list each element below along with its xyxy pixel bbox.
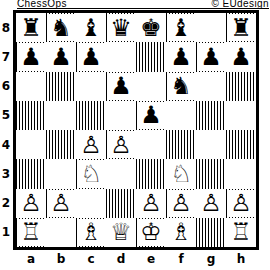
square-b5 <box>46 101 76 130</box>
square-h3 <box>226 159 256 188</box>
square-g1 <box>196 218 226 247</box>
square-f4 <box>166 130 196 159</box>
file-label-c: c <box>76 251 106 266</box>
square-b6 <box>46 72 76 101</box>
square-d4: ♙ <box>106 130 136 159</box>
square-a5 <box>16 101 46 130</box>
square-f7: ♟ <box>166 42 196 71</box>
square-d8: ♛ <box>106 13 136 42</box>
black-bishop-c8: ♝ <box>76 13 106 42</box>
white-pawn-a2: ♙ <box>16 189 46 218</box>
white-knight-c3: ♘ <box>76 159 106 188</box>
file-label-h: h <box>226 251 256 266</box>
square-b8: ♞ <box>46 13 76 42</box>
square-e4 <box>136 130 166 159</box>
white-knight-f3: ♘ <box>166 159 196 188</box>
square-g2: ♙ <box>196 189 226 218</box>
square-c1: ♗ <box>76 218 106 247</box>
board-frame: ♜♞♝♛♚♝♜♟♟♟♟♟♟♟♞♟♙♙♘♘♙♙♙♙♙♙♖♗♕♔♗♖ <box>13 10 259 250</box>
square-f6: ♞ <box>166 72 196 101</box>
square-g3 <box>196 159 226 188</box>
file-label-e: e <box>136 251 166 266</box>
file-label-b: b <box>46 251 76 266</box>
white-pawn-e2: ♙ <box>136 189 166 218</box>
black-pawn-b7: ♟ <box>46 42 76 71</box>
white-bishop-f1: ♗ <box>166 218 196 247</box>
white-pawn-d4: ♙ <box>106 130 136 159</box>
square-h8: ♜ <box>226 13 256 42</box>
square-e1: ♔ <box>136 218 166 247</box>
square-a2: ♙ <box>16 189 46 218</box>
rank-label-7: 7 <box>0 42 12 71</box>
square-h5 <box>226 101 256 130</box>
square-c5 <box>76 101 106 130</box>
file-label-d: d <box>106 251 136 266</box>
rank-label-4: 4 <box>0 130 12 159</box>
square-d6: ♟ <box>106 72 136 101</box>
black-pawn-a7: ♟ <box>16 42 46 71</box>
square-c7: ♟ <box>76 42 106 71</box>
white-pawn-f2: ♙ <box>166 189 196 218</box>
square-e7 <box>136 42 166 71</box>
rank-label-8: 8 <box>0 13 12 42</box>
square-e3 <box>136 159 166 188</box>
square-c3: ♘ <box>76 159 106 188</box>
square-g4 <box>196 130 226 159</box>
white-pawn-h2: ♙ <box>226 189 256 218</box>
file-label-g: g <box>196 251 226 266</box>
square-g7: ♟ <box>196 42 226 71</box>
black-pawn-d6: ♟ <box>106 72 136 101</box>
square-b1 <box>46 218 76 247</box>
white-bishop-c1: ♗ <box>76 218 106 247</box>
black-rook-h8: ♜ <box>226 13 256 42</box>
rank-label-5: 5 <box>0 101 12 130</box>
file-label-a: a <box>16 251 46 266</box>
white-pawn-c4: ♙ <box>76 130 106 159</box>
square-f5 <box>166 101 196 130</box>
rank-label-3: 3 <box>0 159 12 188</box>
square-d7 <box>106 42 136 71</box>
black-pawn-f7: ♟ <box>166 42 196 71</box>
square-g5 <box>196 101 226 130</box>
square-h1: ♖ <box>226 218 256 247</box>
black-pawn-e5: ♟ <box>136 101 166 130</box>
square-f2: ♙ <box>166 189 196 218</box>
board: ♜♞♝♛♚♝♜♟♟♟♟♟♟♟♞♟♙♙♘♘♙♙♙♙♙♙♖♗♕♔♗♖ <box>16 13 256 247</box>
file-labels: abcdefgh <box>16 251 256 266</box>
square-c4: ♙ <box>76 130 106 159</box>
square-d2 <box>106 189 136 218</box>
square-f1: ♗ <box>166 218 196 247</box>
square-a4 <box>16 130 46 159</box>
white-pawn-b2: ♙ <box>46 189 76 218</box>
black-pawn-h7: ♟ <box>226 42 256 71</box>
square-b3 <box>46 159 76 188</box>
square-h4 <box>226 130 256 159</box>
square-h6 <box>226 72 256 101</box>
square-b4 <box>46 130 76 159</box>
file-label-f: f <box>166 251 196 266</box>
square-a7: ♟ <box>16 42 46 71</box>
square-e6 <box>136 72 166 101</box>
white-pawn-g2: ♙ <box>196 189 226 218</box>
rank-label-2: 2 <box>0 189 12 218</box>
white-queen-d1: ♕ <box>106 218 136 247</box>
rank-label-6: 6 <box>0 72 12 101</box>
square-a3 <box>16 159 46 188</box>
square-e5: ♟ <box>136 101 166 130</box>
square-e8: ♚ <box>136 13 166 42</box>
white-king-e1: ♔ <box>136 218 166 247</box>
black-pawn-c7: ♟ <box>76 42 106 71</box>
square-g6 <box>196 72 226 101</box>
square-h2: ♙ <box>226 189 256 218</box>
chessops-diagram: ChessOps © EUdesign 87654321 ♜♞♝♛♚♝♜♟♟♟♟… <box>0 0 270 270</box>
square-c2 <box>76 189 106 218</box>
square-c6 <box>76 72 106 101</box>
black-pawn-g7: ♟ <box>196 42 226 71</box>
square-a8: ♜ <box>16 13 46 42</box>
square-d1: ♕ <box>106 218 136 247</box>
square-a1: ♖ <box>16 218 46 247</box>
black-bishop-f8: ♝ <box>166 13 196 42</box>
square-e2: ♙ <box>136 189 166 218</box>
square-f8: ♝ <box>166 13 196 42</box>
square-h7: ♟ <box>226 42 256 71</box>
square-g8 <box>196 13 226 42</box>
black-queen-d8: ♛ <box>106 13 136 42</box>
black-rook-a8: ♜ <box>16 13 46 42</box>
chessops-link[interactable]: ChessOps <box>17 0 67 8</box>
square-d5 <box>106 101 136 130</box>
black-knight-f6: ♞ <box>166 72 196 101</box>
black-knight-b8: ♞ <box>46 13 76 42</box>
square-d3 <box>106 159 136 188</box>
eudesign-credit-link[interactable]: © EUdesign <box>211 0 269 8</box>
header-bar: ChessOps © EUdesign <box>17 0 269 9</box>
square-c8: ♝ <box>76 13 106 42</box>
rank-labels: 87654321 <box>0 13 12 247</box>
white-rook-a1: ♖ <box>16 218 46 247</box>
white-rook-h1: ♖ <box>226 218 256 247</box>
square-a6 <box>16 72 46 101</box>
square-b2: ♙ <box>46 189 76 218</box>
square-f3: ♘ <box>166 159 196 188</box>
square-b7: ♟ <box>46 42 76 71</box>
rank-label-1: 1 <box>0 218 12 247</box>
black-king-e8: ♚ <box>136 13 166 42</box>
